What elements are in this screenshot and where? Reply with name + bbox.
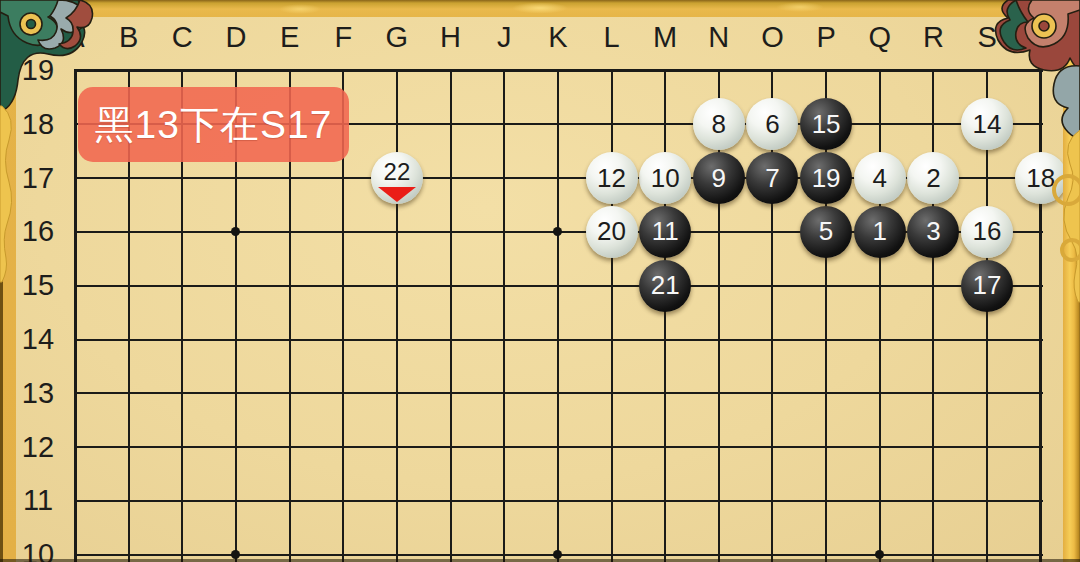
coord-row-16: 16: [14, 215, 62, 249]
stone-number: 8: [712, 109, 726, 140]
coord-col-K: K: [536, 21, 580, 53]
grid-vline-T: [1039, 69, 1042, 562]
stone-white-12: 12: [586, 152, 638, 204]
stone-black-11: 11: [639, 206, 691, 258]
star-point-D16: [231, 227, 240, 236]
grid-hline-13: [74, 392, 1043, 394]
coord-col-F: F: [321, 21, 365, 53]
star-point-Q10: [875, 550, 884, 559]
stone-number: 12: [597, 163, 626, 194]
stone-number: 19: [812, 163, 841, 194]
grid-vline-H: [450, 69, 452, 562]
grid-vline-Q: [879, 69, 881, 562]
coord-col-E: E: [268, 21, 312, 53]
coord-col-O: O: [750, 21, 794, 53]
coord-col-T: T: [1019, 21, 1063, 53]
stone-white-18: 18: [1015, 152, 1067, 204]
stone-black-19: 19: [800, 152, 852, 204]
coord-col-B: B: [107, 21, 151, 53]
frame-right-edge: [1063, 0, 1080, 562]
grid-hline-19: [74, 69, 1043, 72]
stone-black-17: 17: [961, 260, 1013, 312]
stone-white-22: 22: [371, 152, 423, 204]
stone-number: 20: [597, 216, 626, 247]
stone-white-2: 2: [907, 152, 959, 204]
stone-number: 11: [652, 216, 679, 247]
coord-row-17: 17: [14, 161, 62, 195]
stone-number: 4: [873, 163, 887, 194]
star-point-D10: [231, 550, 240, 559]
stone-black-1: 1: [854, 206, 906, 258]
stone-number: 2: [926, 163, 940, 194]
stone-number: 18: [1026, 163, 1055, 194]
board-overlay: ABCDEFGHJKLMNOPQRST191817161514131211101…: [0, 0, 1080, 562]
grid-vline-J: [503, 69, 505, 562]
frame-left-edge: [0, 0, 3, 562]
coord-row-14: 14: [14, 323, 62, 357]
stone-number: 22: [384, 158, 411, 186]
stone-number: 21: [651, 270, 680, 301]
stone-number: 16: [973, 216, 1002, 247]
stone-white-8: 8: [693, 98, 745, 150]
coord-row-19: 19: [14, 54, 62, 88]
coord-row-13: 13: [14, 376, 62, 410]
star-point-K16: [553, 227, 562, 236]
grid-hline-12: [74, 446, 1043, 448]
grid-vline-R: [932, 69, 934, 562]
stone-white-10: 10: [639, 152, 691, 204]
grid-vline-G: [396, 69, 398, 562]
stone-white-14: 14: [961, 98, 1013, 150]
coord-col-P: P: [804, 21, 848, 53]
frame-top-strip: [0, 0, 1080, 17]
stone-number: 3: [926, 216, 940, 247]
stone-number: 15: [812, 109, 841, 140]
stone-white-16: 16: [961, 206, 1013, 258]
coord-col-A: A: [53, 21, 97, 53]
stone-number: 9: [712, 163, 726, 194]
stone-white-20: 20: [586, 206, 638, 258]
go-app-screen: ABCDEFGHJKLMNOPQRST191817161514131211101…: [0, 0, 1080, 562]
coord-col-R: R: [911, 21, 955, 53]
move-announcement-banner: 黑13下在S17: [78, 87, 349, 162]
stone-number: 14: [973, 109, 1002, 140]
grid-hline-15: [74, 285, 1043, 287]
stone-black-5: 5: [800, 206, 852, 258]
coord-col-S: S: [965, 21, 1009, 53]
coord-row-11: 11: [14, 484, 62, 518]
grid-vline-A: [74, 69, 77, 562]
coord-col-M: M: [643, 21, 687, 53]
coord-col-C: C: [160, 21, 204, 53]
stone-black-3: 3: [907, 206, 959, 258]
coord-row-18: 18: [14, 107, 62, 141]
stone-black-21: 21: [639, 260, 691, 312]
grid-vline-L: [611, 69, 613, 562]
coord-col-N: N: [697, 21, 741, 53]
grid-vline-M: [664, 69, 666, 562]
coord-row-12: 12: [14, 430, 62, 464]
stone-number: 17: [973, 270, 1002, 301]
stone-number: 5: [819, 216, 833, 247]
star-point-K10: [553, 550, 562, 559]
grid-hline-11: [74, 500, 1043, 502]
stone-white-4: 4: [854, 152, 906, 204]
stone-number: 6: [765, 109, 779, 140]
stone-number: 10: [651, 163, 680, 194]
coord-row-15: 15: [14, 269, 62, 303]
stone-number: 7: [765, 163, 779, 194]
coord-col-H: H: [429, 21, 473, 53]
coord-col-Q: Q: [858, 21, 902, 53]
stone-black-7: 7: [746, 152, 798, 204]
coord-col-J: J: [482, 21, 526, 53]
stone-black-9: 9: [693, 152, 745, 204]
grid-hline-14: [74, 339, 1043, 341]
stone-black-15: 15: [800, 98, 852, 150]
grid-vline-K: [557, 69, 559, 562]
move-announcement-text: 黑13下在S17: [95, 98, 333, 152]
last-move-triangle-icon: [378, 187, 416, 202]
stone-white-6: 6: [746, 98, 798, 150]
stone-number: 1: [873, 216, 887, 247]
coord-col-L: L: [590, 21, 634, 53]
coord-col-D: D: [214, 21, 258, 53]
coord-col-G: G: [375, 21, 419, 53]
